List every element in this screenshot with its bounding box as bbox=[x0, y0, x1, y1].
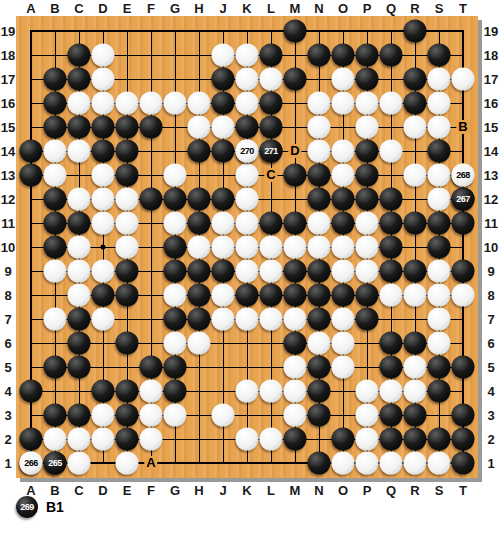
black-stone-A2[interactable] bbox=[20, 428, 43, 451]
coord-left-1: 1 bbox=[4, 456, 11, 471]
black-stone-L18[interactable] bbox=[260, 44, 283, 67]
white-stone-D9[interactable] bbox=[92, 260, 115, 283]
white-stone-O10[interactable] bbox=[332, 236, 355, 259]
white-stone-B9[interactable] bbox=[44, 260, 67, 283]
coord-right-13: 13 bbox=[484, 168, 498, 183]
white-stone-T17[interactable] bbox=[452, 68, 475, 91]
white-stone-E11[interactable] bbox=[116, 212, 139, 235]
black-stone-E8[interactable] bbox=[116, 284, 139, 307]
black-stone-P12[interactable] bbox=[356, 188, 379, 211]
black-stone-N12[interactable] bbox=[308, 188, 331, 211]
black-stone-S2[interactable] bbox=[428, 428, 451, 451]
black-stone-J9[interactable] bbox=[212, 260, 235, 283]
white-stone-H15[interactable] bbox=[188, 116, 211, 139]
black-stone-B11[interactable] bbox=[44, 212, 67, 235]
black-stone-P7[interactable] bbox=[356, 308, 379, 331]
black-stone-A4[interactable] bbox=[20, 380, 43, 403]
white-stone-S6[interactable] bbox=[428, 332, 451, 355]
black-stone-C6[interactable] bbox=[68, 332, 91, 355]
white-stone-S13[interactable] bbox=[428, 164, 451, 187]
coord-bottom-H: H bbox=[194, 483, 203, 498]
white-stone-M4[interactable] bbox=[284, 380, 307, 403]
black-stone-S11[interactable] bbox=[428, 212, 451, 235]
coord-bottom-T: T bbox=[459, 483, 467, 498]
white-stone-S12[interactable] bbox=[428, 188, 451, 211]
white-stone-E16[interactable] bbox=[116, 92, 139, 115]
white-stone-H10[interactable] bbox=[188, 236, 211, 259]
white-stone-N6[interactable] bbox=[308, 332, 331, 355]
black-stone-E14[interactable] bbox=[116, 140, 139, 163]
white-stone-B7[interactable] bbox=[44, 308, 67, 331]
white-stone-O9[interactable] bbox=[332, 260, 355, 283]
black-stone-S5[interactable] bbox=[428, 356, 451, 379]
white-stone-P11[interactable] bbox=[356, 212, 379, 235]
black-stone-Q2[interactable] bbox=[380, 428, 403, 451]
go-diagram: 265266267268270271ABCD AABBCCDDEEFFGGHHJ… bbox=[0, 0, 500, 537]
white-stone-O6[interactable] bbox=[332, 332, 355, 355]
white-stone-S9[interactable] bbox=[428, 260, 451, 283]
coord-bottom-G: G bbox=[170, 483, 180, 498]
coord-right-7: 7 bbox=[487, 312, 494, 327]
white-stone-P10[interactable] bbox=[356, 236, 379, 259]
black-stone-Q18[interactable] bbox=[380, 44, 403, 67]
black-stone-P14[interactable] bbox=[356, 140, 379, 163]
white-stone-N11[interactable] bbox=[308, 212, 331, 235]
white-stone-G16[interactable] bbox=[164, 92, 187, 115]
coord-bottom-M: M bbox=[290, 483, 301, 498]
black-stone-T11[interactable] bbox=[452, 212, 475, 235]
white-stone-G13[interactable] bbox=[164, 164, 187, 187]
black-stone-D15[interactable] bbox=[92, 116, 115, 139]
white-stone-D12[interactable] bbox=[92, 188, 115, 211]
black-stone-N18[interactable] bbox=[308, 44, 331, 67]
move-number-label: 267 bbox=[456, 195, 470, 204]
white-stone-R5[interactable] bbox=[404, 356, 427, 379]
black-stone-A14[interactable] bbox=[20, 140, 43, 163]
black-stone-L16[interactable] bbox=[260, 92, 283, 115]
numbered-stone-266[interactable]: 266 bbox=[20, 452, 43, 475]
black-stone-O11[interactable] bbox=[332, 212, 355, 235]
grid-line-vertical bbox=[462, 30, 464, 464]
coord-left-18: 18 bbox=[1, 48, 15, 63]
coord-right-14: 14 bbox=[484, 144, 498, 159]
black-stone-R19[interactable] bbox=[404, 20, 427, 43]
white-stone-O17[interactable] bbox=[332, 68, 355, 91]
black-stone-C5[interactable] bbox=[68, 356, 91, 379]
black-stone-O12[interactable] bbox=[332, 188, 355, 211]
white-stone-K18[interactable] bbox=[236, 44, 259, 67]
letter-annotation-C[interactable]: C bbox=[264, 168, 277, 182]
white-stone-D3[interactable] bbox=[92, 404, 115, 427]
black-stone-K15[interactable] bbox=[236, 116, 259, 139]
black-stone-S4[interactable] bbox=[428, 380, 451, 403]
white-stone-Q4[interactable] bbox=[380, 380, 403, 403]
black-stone-O2[interactable] bbox=[332, 428, 355, 451]
white-stone-J7[interactable] bbox=[212, 308, 235, 331]
black-stone-S14[interactable] bbox=[428, 140, 451, 163]
black-stone-B5[interactable] bbox=[44, 356, 67, 379]
white-stone-N15[interactable] bbox=[308, 116, 331, 139]
white-stone-M10[interactable] bbox=[284, 236, 307, 259]
black-stone-Q10[interactable] bbox=[380, 236, 403, 259]
black-stone-T9[interactable] bbox=[452, 260, 475, 283]
black-stone-B17[interactable] bbox=[44, 68, 67, 91]
black-stone-Q3[interactable] bbox=[380, 404, 403, 427]
black-stone-Q5[interactable] bbox=[380, 356, 403, 379]
white-stone-D7[interactable] bbox=[92, 308, 115, 331]
black-stone-C7[interactable] bbox=[68, 308, 91, 331]
black-stone-H12[interactable] bbox=[188, 188, 211, 211]
white-stone-N14[interactable] bbox=[308, 140, 331, 163]
letter-annotation-A[interactable]: A bbox=[144, 456, 157, 470]
coord-right-19: 19 bbox=[484, 24, 498, 39]
white-stone-R15[interactable] bbox=[404, 116, 427, 139]
black-stone-J16[interactable] bbox=[212, 92, 235, 115]
coord-right-1: 1 bbox=[487, 456, 494, 471]
coord-left-19: 19 bbox=[1, 24, 15, 39]
numbered-stone-270[interactable]: 270 bbox=[236, 140, 259, 163]
white-stone-R4[interactable] bbox=[404, 380, 427, 403]
white-stone-K7[interactable] bbox=[236, 308, 259, 331]
black-stone-T1[interactable] bbox=[452, 452, 475, 475]
white-stone-G6[interactable] bbox=[164, 332, 187, 355]
numbered-stone-267[interactable]: 267 bbox=[452, 188, 475, 211]
white-stone-D17[interactable] bbox=[92, 68, 115, 91]
black-stone-E2[interactable] bbox=[116, 428, 139, 451]
white-stone-P4[interactable] bbox=[356, 380, 379, 403]
white-stone-S17[interactable] bbox=[428, 68, 451, 91]
black-stone-N1[interactable] bbox=[308, 452, 331, 475]
letter-annotation-D[interactable]: D bbox=[288, 144, 301, 158]
coord-bottom-N: N bbox=[314, 483, 323, 498]
black-stone-E4[interactable] bbox=[116, 380, 139, 403]
black-stone-E6[interactable] bbox=[116, 332, 139, 355]
black-stone-N3[interactable] bbox=[308, 404, 331, 427]
coord-top-A: A bbox=[26, 1, 35, 16]
black-stone-B10[interactable] bbox=[44, 236, 67, 259]
black-stone-F5[interactable] bbox=[140, 356, 163, 379]
black-stone-M11[interactable] bbox=[284, 212, 307, 235]
coord-left-5: 5 bbox=[4, 360, 11, 375]
white-stone-K9[interactable] bbox=[236, 260, 259, 283]
coord-right-3: 3 bbox=[487, 408, 494, 423]
black-stone-A13[interactable] bbox=[20, 164, 43, 187]
caption-stone-icon: 269 bbox=[16, 496, 38, 518]
black-stone-S18[interactable] bbox=[428, 44, 451, 67]
white-stone-J15[interactable] bbox=[212, 116, 235, 139]
black-stone-T3[interactable] bbox=[452, 404, 475, 427]
white-stone-L9[interactable] bbox=[260, 260, 283, 283]
white-stone-P15[interactable] bbox=[356, 116, 379, 139]
white-stone-Q16[interactable] bbox=[380, 92, 403, 115]
white-stone-Q1[interactable] bbox=[380, 452, 403, 475]
black-stone-R3[interactable] bbox=[404, 404, 427, 427]
black-stone-Q6[interactable] bbox=[380, 332, 403, 355]
coord-bottom-D: D bbox=[98, 483, 107, 498]
black-stone-F15[interactable] bbox=[140, 116, 163, 139]
black-stone-M17[interactable] bbox=[284, 68, 307, 91]
black-stone-N7[interactable] bbox=[308, 308, 331, 331]
letter-annotation-B[interactable]: B bbox=[456, 120, 469, 134]
white-stone-D16[interactable] bbox=[92, 92, 115, 115]
coord-left-12: 12 bbox=[1, 192, 15, 207]
white-stone-F16[interactable] bbox=[140, 92, 163, 115]
coord-top-L: L bbox=[267, 1, 275, 16]
white-stone-G8[interactable] bbox=[164, 284, 187, 307]
move-number-label: 270 bbox=[240, 147, 254, 156]
white-stone-K12[interactable] bbox=[236, 188, 259, 211]
black-stone-N13[interactable] bbox=[308, 164, 331, 187]
black-stone-Q12[interactable] bbox=[380, 188, 403, 211]
black-stone-C3[interactable] bbox=[68, 404, 91, 427]
go-board[interactable]: 265266267268270271ABCD bbox=[16, 16, 478, 478]
white-stone-F3[interactable] bbox=[140, 404, 163, 427]
black-stone-O8[interactable] bbox=[332, 284, 355, 307]
white-stone-P2[interactable] bbox=[356, 428, 379, 451]
black-stone-B12[interactable] bbox=[44, 188, 67, 211]
white-stone-S8[interactable] bbox=[428, 284, 451, 307]
black-stone-Q9[interactable] bbox=[380, 260, 403, 283]
white-stone-L2[interactable] bbox=[260, 428, 283, 451]
black-stone-N8[interactable] bbox=[308, 284, 331, 307]
white-stone-R13[interactable] bbox=[404, 164, 427, 187]
white-stone-P3[interactable] bbox=[356, 404, 379, 427]
white-stone-K16[interactable] bbox=[236, 92, 259, 115]
black-stone-M19[interactable] bbox=[284, 20, 307, 43]
white-stone-K17[interactable] bbox=[236, 68, 259, 91]
white-stone-C2[interactable] bbox=[68, 428, 91, 451]
black-stone-P17[interactable] bbox=[356, 68, 379, 91]
coord-left-6: 6 bbox=[4, 336, 11, 351]
black-stone-D8[interactable] bbox=[92, 284, 115, 307]
white-stone-T8[interactable] bbox=[452, 284, 475, 307]
coord-right-15: 15 bbox=[484, 120, 498, 135]
coord-left-14: 14 bbox=[1, 144, 15, 159]
black-stone-E15[interactable] bbox=[116, 116, 139, 139]
white-stone-E12[interactable] bbox=[116, 188, 139, 211]
black-stone-G4[interactable] bbox=[164, 380, 187, 403]
white-stone-O13[interactable] bbox=[332, 164, 355, 187]
black-stone-H11[interactable] bbox=[188, 212, 211, 235]
black-stone-E3[interactable] bbox=[116, 404, 139, 427]
white-stone-F4[interactable] bbox=[140, 380, 163, 403]
coord-top-H: H bbox=[194, 1, 203, 16]
white-stone-O16[interactable] bbox=[332, 92, 355, 115]
coord-right-12: 12 bbox=[484, 192, 498, 207]
white-stone-O1[interactable] bbox=[332, 452, 355, 475]
black-stone-H9[interactable] bbox=[188, 260, 211, 283]
black-stone-G12[interactable] bbox=[164, 188, 187, 211]
black-stone-M6[interactable] bbox=[284, 332, 307, 355]
coord-top-J: J bbox=[219, 1, 226, 16]
coord-bottom-C: C bbox=[74, 483, 83, 498]
black-stone-E13[interactable] bbox=[116, 164, 139, 187]
black-stone-J17[interactable] bbox=[212, 68, 235, 91]
white-stone-N16[interactable] bbox=[308, 92, 331, 115]
black-stone-H8[interactable] bbox=[188, 284, 211, 307]
white-stone-C14[interactable] bbox=[68, 140, 91, 163]
coord-left-3: 3 bbox=[4, 408, 11, 423]
white-stone-S16[interactable] bbox=[428, 92, 451, 115]
black-stone-L11[interactable] bbox=[260, 212, 283, 235]
black-stone-M2[interactable] bbox=[284, 428, 307, 451]
black-stone-O18[interactable] bbox=[332, 44, 355, 67]
white-stone-D18[interactable] bbox=[92, 44, 115, 67]
black-stone-P13[interactable] bbox=[356, 164, 379, 187]
black-stone-M13[interactable] bbox=[284, 164, 307, 187]
black-stone-N9[interactable] bbox=[308, 260, 331, 283]
black-stone-T5[interactable] bbox=[452, 356, 475, 379]
coord-bottom-R: R bbox=[410, 483, 419, 498]
black-stone-G5[interactable] bbox=[164, 356, 187, 379]
white-stone-C12[interactable] bbox=[68, 188, 91, 211]
coord-top-F: F bbox=[147, 1, 155, 16]
black-stone-E9[interactable] bbox=[116, 260, 139, 283]
white-stone-E1[interactable] bbox=[116, 452, 139, 475]
white-stone-O5[interactable] bbox=[332, 356, 355, 379]
white-stone-K11[interactable] bbox=[236, 212, 259, 235]
white-stone-F2[interactable] bbox=[140, 428, 163, 451]
white-stone-L4[interactable] bbox=[260, 380, 283, 403]
numbered-stone-265[interactable]: 265 bbox=[44, 452, 67, 475]
coord-right-6: 6 bbox=[487, 336, 494, 351]
white-stone-J10[interactable] bbox=[212, 236, 235, 259]
black-stone-N4[interactable] bbox=[308, 380, 331, 403]
black-stone-P18[interactable] bbox=[356, 44, 379, 67]
coord-top-R: R bbox=[410, 1, 419, 16]
black-stone-G10[interactable] bbox=[164, 236, 187, 259]
white-stone-D13[interactable] bbox=[92, 164, 115, 187]
white-stone-C16[interactable] bbox=[68, 92, 91, 115]
black-stone-P8[interactable] bbox=[356, 284, 379, 307]
white-stone-K13[interactable] bbox=[236, 164, 259, 187]
black-stone-F12[interactable] bbox=[140, 188, 163, 211]
white-stone-M5[interactable] bbox=[284, 356, 307, 379]
white-stone-L10[interactable] bbox=[260, 236, 283, 259]
black-stone-D14[interactable] bbox=[92, 140, 115, 163]
black-stone-G7[interactable] bbox=[164, 308, 187, 331]
white-stone-P16[interactable] bbox=[356, 92, 379, 115]
white-stone-C9[interactable] bbox=[68, 260, 91, 283]
black-stone-T2[interactable] bbox=[452, 428, 475, 451]
white-stone-S15[interactable] bbox=[428, 116, 451, 139]
black-stone-C17[interactable] bbox=[68, 68, 91, 91]
numbered-stone-268[interactable]: 268 bbox=[452, 164, 475, 187]
white-stone-C10[interactable] bbox=[68, 236, 91, 259]
white-stone-J11[interactable] bbox=[212, 212, 235, 235]
black-stone-R9[interactable] bbox=[404, 260, 427, 283]
white-stone-O7[interactable] bbox=[332, 308, 355, 331]
white-stone-J3[interactable] bbox=[212, 404, 235, 427]
black-stone-M9[interactable] bbox=[284, 260, 307, 283]
coord-left-2: 2 bbox=[4, 432, 11, 447]
black-stone-R16[interactable] bbox=[404, 92, 427, 115]
black-stone-Q11[interactable] bbox=[380, 212, 403, 235]
white-stone-M3[interactable] bbox=[284, 404, 307, 427]
black-stone-H7[interactable] bbox=[188, 308, 211, 331]
white-stone-G3[interactable] bbox=[164, 404, 187, 427]
white-stone-G11[interactable] bbox=[164, 212, 187, 235]
coord-bottom-S: S bbox=[435, 483, 444, 498]
white-stone-Q8[interactable] bbox=[380, 284, 403, 307]
white-stone-B14[interactable] bbox=[44, 140, 67, 163]
black-stone-R6[interactable] bbox=[404, 332, 427, 355]
move-number-label: 265 bbox=[48, 459, 62, 468]
white-stone-K2[interactable] bbox=[236, 428, 259, 451]
white-stone-Q14[interactable] bbox=[380, 140, 403, 163]
black-stone-L15[interactable] bbox=[260, 116, 283, 139]
white-stone-N10[interactable] bbox=[308, 236, 331, 259]
black-stone-H14[interactable] bbox=[188, 140, 211, 163]
coord-top-G: G bbox=[170, 1, 180, 16]
white-stone-L17[interactable] bbox=[260, 68, 283, 91]
white-stone-C8[interactable] bbox=[68, 284, 91, 307]
white-stone-E10[interactable] bbox=[116, 236, 139, 259]
white-stone-H6[interactable] bbox=[188, 332, 211, 355]
white-stone-J8[interactable] bbox=[212, 284, 235, 307]
coord-top-O: O bbox=[338, 1, 348, 16]
numbered-stone-271[interactable]: 271 bbox=[260, 140, 283, 163]
white-stone-P1[interactable] bbox=[356, 452, 379, 475]
black-stone-R17[interactable] bbox=[404, 68, 427, 91]
coord-left-15: 15 bbox=[1, 120, 15, 135]
black-stone-C18[interactable] bbox=[68, 44, 91, 67]
white-stone-D2[interactable] bbox=[92, 428, 115, 451]
move-number-label: 268 bbox=[456, 171, 470, 180]
coord-top-T: T bbox=[459, 1, 467, 16]
move-caption: 269 B1 bbox=[16, 496, 64, 518]
black-stone-B16[interactable] bbox=[44, 92, 67, 115]
coord-right-2: 2 bbox=[487, 432, 494, 447]
black-stone-C11[interactable] bbox=[68, 212, 91, 235]
black-stone-D4[interactable] bbox=[92, 380, 115, 403]
white-stone-R1[interactable] bbox=[404, 452, 427, 475]
coord-top-E: E bbox=[123, 1, 132, 16]
star-point bbox=[101, 245, 106, 250]
black-stone-J12[interactable] bbox=[212, 188, 235, 211]
white-stone-D11[interactable] bbox=[92, 212, 115, 235]
white-stone-K4[interactable] bbox=[236, 380, 259, 403]
black-stone-R2[interactable] bbox=[404, 428, 427, 451]
black-stone-G9[interactable] bbox=[164, 260, 187, 283]
white-stone-O14[interactable] bbox=[332, 140, 355, 163]
white-stone-M7[interactable] bbox=[284, 308, 307, 331]
black-stone-S10[interactable] bbox=[428, 236, 451, 259]
black-stone-C15[interactable] bbox=[68, 116, 91, 139]
white-stone-H16[interactable] bbox=[188, 92, 211, 115]
white-stone-K10[interactable] bbox=[236, 236, 259, 259]
white-stone-L7[interactable] bbox=[260, 308, 283, 331]
black-stone-B15[interactable] bbox=[44, 116, 67, 139]
coord-top-Q: Q bbox=[386, 1, 396, 16]
black-stone-N5[interactable] bbox=[308, 356, 331, 379]
white-stone-B2[interactable] bbox=[44, 428, 67, 451]
black-stone-J14[interactable] bbox=[212, 140, 235, 163]
white-stone-P9[interactable] bbox=[356, 260, 379, 283]
white-stone-B13[interactable] bbox=[44, 164, 67, 187]
black-stone-K8[interactable] bbox=[236, 284, 259, 307]
black-stone-M8[interactable] bbox=[284, 284, 307, 307]
black-stone-R11[interactable] bbox=[404, 212, 427, 235]
white-stone-R8[interactable] bbox=[404, 284, 427, 307]
white-stone-C1[interactable] bbox=[68, 452, 91, 475]
black-stone-B3[interactable] bbox=[44, 404, 67, 427]
white-stone-J18[interactable] bbox=[212, 44, 235, 67]
white-stone-S7[interactable] bbox=[428, 308, 451, 331]
black-stone-L8[interactable] bbox=[260, 284, 283, 307]
coord-left-13: 13 bbox=[1, 168, 15, 183]
white-stone-S1[interactable] bbox=[428, 452, 451, 475]
